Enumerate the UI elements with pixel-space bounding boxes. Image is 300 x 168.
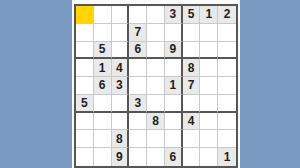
cell-r9c5[interactable] — [147, 148, 165, 166]
cell-r3c7[interactable] — [183, 42, 201, 60]
app-background: 35127569148631753848961 — [0, 0, 300, 168]
sudoku-grid: 35127569148631753848961 — [74, 4, 238, 168]
cell-r4c9[interactable] — [218, 59, 236, 77]
cell-r6c2[interactable] — [94, 95, 112, 113]
cell-r5c7[interactable]: 7 — [183, 77, 201, 95]
cell-r1c3[interactable] — [112, 6, 130, 24]
cell-r9c9[interactable]: 1 — [218, 148, 236, 166]
cell-r4c2[interactable]: 1 — [94, 59, 112, 77]
cell-r4c5[interactable] — [147, 59, 165, 77]
cell-r2c6[interactable] — [165, 24, 183, 42]
cell-r2c4[interactable]: 7 — [129, 24, 147, 42]
cell-r5c3[interactable]: 3 — [112, 77, 130, 95]
cell-r1c4[interactable] — [129, 6, 147, 24]
cell-r9c1[interactable] — [76, 148, 94, 166]
cell-r1c9[interactable]: 2 — [218, 6, 236, 24]
cell-r2c9[interactable] — [218, 24, 236, 42]
cell-r5c5[interactable] — [147, 77, 165, 95]
cell-r4c3[interactable]: 4 — [112, 59, 130, 77]
cell-r7c5[interactable]: 8 — [147, 113, 165, 131]
cell-r2c3[interactable] — [112, 24, 130, 42]
cell-r6c5[interactable] — [147, 95, 165, 113]
cell-r9c8[interactable] — [200, 148, 218, 166]
cell-r4c6[interactable] — [165, 59, 183, 77]
cell-r5c8[interactable] — [200, 77, 218, 95]
cell-r8c2[interactable] — [94, 130, 112, 148]
cell-r4c8[interactable] — [200, 59, 218, 77]
cell-r2c2[interactable] — [94, 24, 112, 42]
cell-r8c5[interactable] — [147, 130, 165, 148]
cell-r6c9[interactable] — [218, 95, 236, 113]
cell-r7c1[interactable] — [76, 113, 94, 131]
cell-r8c8[interactable] — [200, 130, 218, 148]
cell-r7c4[interactable] — [129, 113, 147, 131]
cell-r7c3[interactable] — [112, 113, 130, 131]
cell-r1c5[interactable] — [147, 6, 165, 24]
cell-r1c8[interactable]: 1 — [200, 6, 218, 24]
cell-r6c1[interactable]: 5 — [76, 95, 94, 113]
cell-r7c8[interactable] — [200, 113, 218, 131]
cell-r1c1[interactable] — [76, 6, 94, 24]
cell-r9c7[interactable] — [183, 148, 201, 166]
cell-r9c2[interactable] — [94, 148, 112, 166]
cell-r9c6[interactable]: 6 — [165, 148, 183, 166]
cell-r8c9[interactable] — [218, 130, 236, 148]
cell-r2c7[interactable] — [183, 24, 201, 42]
cell-r7c2[interactable] — [94, 113, 112, 131]
cell-r1c2[interactable] — [94, 6, 112, 24]
cell-r1c7[interactable]: 5 — [183, 6, 201, 24]
sudoku-board-page: 35127569148631753848961 — [72, 0, 240, 168]
cell-r8c3[interactable]: 8 — [112, 130, 130, 148]
cell-r6c3[interactable] — [112, 95, 130, 113]
cell-r3c4[interactable]: 6 — [129, 42, 147, 60]
cell-r2c5[interactable] — [147, 24, 165, 42]
cell-r5c9[interactable] — [218, 77, 236, 95]
cell-r3c9[interactable] — [218, 42, 236, 60]
cell-r2c1[interactable] — [76, 24, 94, 42]
cell-r1c6[interactable]: 3 — [165, 6, 183, 24]
cell-r4c4[interactable] — [129, 59, 147, 77]
cell-r9c3[interactable]: 9 — [112, 148, 130, 166]
cell-r3c8[interactable] — [200, 42, 218, 60]
cell-r5c6[interactable]: 1 — [165, 77, 183, 95]
cell-r2c8[interactable] — [200, 24, 218, 42]
cell-r3c5[interactable] — [147, 42, 165, 60]
cell-r7c9[interactable] — [218, 113, 236, 131]
cell-r3c3[interactable] — [112, 42, 130, 60]
cell-r6c4[interactable]: 3 — [129, 95, 147, 113]
cell-r9c4[interactable] — [129, 148, 147, 166]
cell-r8c4[interactable] — [129, 130, 147, 148]
cell-r3c6[interactable]: 9 — [165, 42, 183, 60]
cell-r3c1[interactable] — [76, 42, 94, 60]
cell-r3c2[interactable]: 5 — [94, 42, 112, 60]
cell-r6c7[interactable] — [183, 95, 201, 113]
cell-r6c6[interactable] — [165, 95, 183, 113]
cell-r5c1[interactable] — [76, 77, 94, 95]
cell-r8c7[interactable] — [183, 130, 201, 148]
cell-r6c8[interactable] — [200, 95, 218, 113]
cell-r7c7[interactable]: 4 — [183, 113, 201, 131]
cell-r8c1[interactable] — [76, 130, 94, 148]
cell-r7c6[interactable] — [165, 113, 183, 131]
cell-r5c4[interactable] — [129, 77, 147, 95]
cell-r4c1[interactable] — [76, 59, 94, 77]
cell-r4c7[interactable]: 8 — [183, 59, 201, 77]
cell-r5c2[interactable]: 6 — [94, 77, 112, 95]
cell-r8c6[interactable] — [165, 130, 183, 148]
